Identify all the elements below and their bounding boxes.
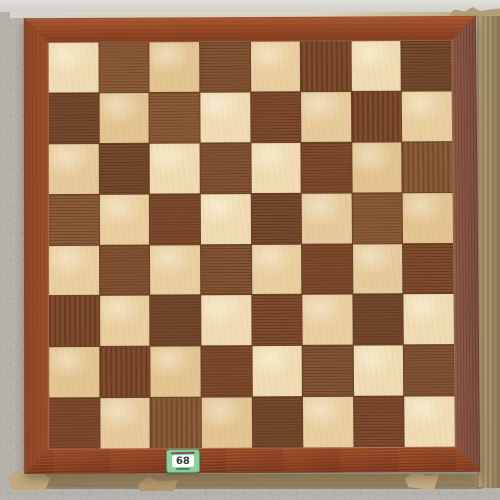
square-h6[interactable] bbox=[403, 142, 453, 192]
square-b4[interactable] bbox=[100, 245, 150, 295]
square-f5[interactable] bbox=[302, 193, 352, 243]
square-g2[interactable] bbox=[353, 346, 403, 396]
square-f8[interactable] bbox=[301, 41, 351, 91]
square-b1[interactable] bbox=[100, 398, 150, 448]
square-e4[interactable] bbox=[252, 244, 302, 294]
square-a7[interactable] bbox=[49, 93, 99, 143]
square-c3[interactable] bbox=[150, 296, 200, 346]
square-d1[interactable] bbox=[202, 398, 252, 448]
board-frame-bottom bbox=[24, 446, 480, 474]
square-g6[interactable] bbox=[352, 142, 402, 192]
square-b7[interactable] bbox=[99, 93, 149, 143]
square-a8[interactable] bbox=[49, 43, 99, 93]
sticker-fine-print-bottom bbox=[176, 468, 190, 470]
square-a1[interactable] bbox=[49, 398, 99, 448]
board-frame-top bbox=[24, 16, 476, 43]
square-h3[interactable] bbox=[404, 294, 454, 344]
square-c8[interactable] bbox=[150, 42, 200, 92]
square-e2[interactable] bbox=[252, 346, 302, 396]
square-a4[interactable] bbox=[49, 245, 99, 295]
square-a3[interactable] bbox=[49, 296, 99, 346]
wall-strip bbox=[0, 0, 500, 12]
square-h2[interactable] bbox=[404, 345, 454, 395]
square-f7[interactable] bbox=[301, 92, 351, 142]
board-frame-left bbox=[24, 18, 50, 474]
square-g5[interactable] bbox=[352, 193, 402, 243]
square-f3[interactable] bbox=[302, 295, 352, 345]
cardboard-box-edge bbox=[477, 16, 500, 488]
square-d2[interactable] bbox=[201, 346, 251, 396]
square-d8[interactable] bbox=[200, 42, 250, 92]
square-g8[interactable] bbox=[351, 41, 401, 91]
square-g4[interactable] bbox=[353, 244, 403, 294]
square-e5[interactable] bbox=[251, 193, 301, 243]
square-h4[interactable] bbox=[403, 243, 453, 293]
square-h8[interactable] bbox=[402, 41, 452, 91]
square-b5[interactable] bbox=[100, 194, 150, 244]
square-h1[interactable] bbox=[405, 396, 455, 446]
square-c7[interactable] bbox=[150, 93, 200, 143]
chessboard bbox=[24, 16, 480, 474]
square-h7[interactable] bbox=[402, 91, 452, 141]
playing-area bbox=[49, 41, 455, 449]
square-e6[interactable] bbox=[251, 143, 301, 193]
square-f6[interactable] bbox=[301, 142, 351, 192]
square-c1[interactable] bbox=[151, 398, 201, 448]
square-h5[interactable] bbox=[403, 193, 453, 243]
square-c2[interactable] bbox=[151, 347, 201, 397]
square-c6[interactable] bbox=[150, 143, 200, 193]
scene: 68 bbox=[0, 0, 500, 500]
lot-number: 68 bbox=[172, 455, 194, 467]
square-d7[interactable] bbox=[200, 92, 250, 142]
square-b8[interactable] bbox=[99, 42, 149, 92]
square-e8[interactable] bbox=[250, 42, 300, 92]
square-f2[interactable] bbox=[303, 346, 353, 396]
sticker-fine-print-top bbox=[171, 452, 195, 454]
square-f1[interactable] bbox=[303, 397, 353, 447]
square-d4[interactable] bbox=[201, 245, 251, 295]
square-e1[interactable] bbox=[252, 397, 302, 447]
square-c5[interactable] bbox=[150, 194, 200, 244]
square-d6[interactable] bbox=[200, 143, 250, 193]
square-g1[interactable] bbox=[354, 397, 404, 447]
square-a2[interactable] bbox=[49, 347, 99, 397]
square-g3[interactable] bbox=[353, 295, 403, 345]
square-a6[interactable] bbox=[49, 144, 99, 194]
square-d5[interactable] bbox=[201, 194, 251, 244]
square-c4[interactable] bbox=[150, 245, 200, 295]
square-b2[interactable] bbox=[100, 347, 150, 397]
square-b6[interactable] bbox=[99, 144, 149, 194]
square-e7[interactable] bbox=[251, 92, 301, 142]
square-b3[interactable] bbox=[100, 296, 150, 346]
square-d3[interactable] bbox=[201, 295, 251, 345]
square-e3[interactable] bbox=[252, 295, 302, 345]
square-a5[interactable] bbox=[49, 194, 99, 244]
square-f4[interactable] bbox=[302, 244, 352, 294]
board-frame-right bbox=[451, 16, 480, 472]
auction-lot-sticker: 68 bbox=[166, 449, 200, 474]
square-g7[interactable] bbox=[352, 92, 402, 142]
